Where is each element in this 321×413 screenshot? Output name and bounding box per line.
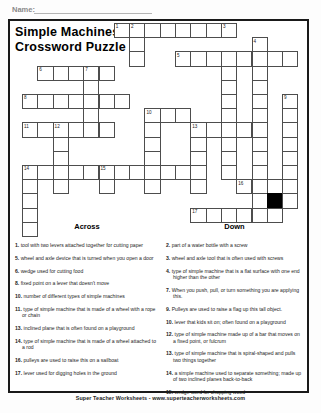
answer-cell[interactable]: 9: [282, 94, 298, 109]
answer-cell[interactable]: [221, 66, 237, 81]
answer-cell[interactable]: [68, 66, 84, 81]
across-clues-column: Across 1. tool with two levers attached …: [10, 220, 162, 401]
cell-number: 3: [223, 24, 226, 29]
clue-number: 14.: [15, 338, 24, 344]
answer-cell[interactable]: 11: [22, 122, 38, 137]
clue-number: 4.: [166, 268, 172, 274]
down-clue-list: 2. part of a water bottle with a screw3.…: [166, 242, 303, 395]
cell-number: 15: [101, 166, 106, 171]
cell-number: 8: [24, 95, 27, 100]
answer-cell[interactable]: [252, 151, 268, 166]
clue-number: 7.: [166, 287, 172, 293]
clue-number: 13.: [166, 350, 175, 356]
answer-cell[interactable]: [206, 51, 222, 66]
answer-cell[interactable]: [175, 165, 191, 180]
name-blank-line[interactable]: [34, 13, 152, 14]
answer-cell[interactable]: [282, 137, 298, 152]
cell-number: 1: [116, 24, 119, 29]
clue-item: 10. lever that kids sit on; often found …: [166, 319, 303, 325]
answer-cell[interactable]: [53, 165, 69, 180]
answer-cell[interactable]: [53, 94, 69, 109]
cell-number: 9: [284, 95, 287, 100]
answer-cell[interactable]: [160, 23, 176, 38]
clue-item: 3. wheel and axle tool that is often use…: [166, 255, 303, 261]
answer-cell[interactable]: [252, 137, 268, 152]
answer-cell[interactable]: [221, 151, 237, 166]
answer-cell[interactable]: 14: [22, 165, 38, 180]
answer-cell[interactable]: [221, 137, 237, 152]
clue-item: 2. part of a water bottle with a screw: [166, 242, 303, 248]
clue-number: 10.: [15, 293, 24, 299]
clue-number: 6.: [15, 268, 21, 274]
answer-cell[interactable]: [99, 122, 115, 137]
answer-cell[interactable]: [114, 165, 130, 180]
answer-cell[interactable]: [53, 66, 69, 81]
answer-cell[interactable]: [190, 179, 206, 194]
answer-cell[interactable]: [267, 51, 283, 66]
clue-number: 9.: [166, 306, 172, 312]
down-header: Down: [166, 222, 303, 231]
answer-cell[interactable]: [190, 137, 206, 152]
clue-item: 15. wedge used for chopping wood: [166, 389, 303, 395]
clue-item: 12. type of simple machine made up of a …: [166, 331, 303, 344]
clue-number: 10.: [166, 319, 175, 325]
clue-number: 14.: [166, 370, 175, 376]
answer-cell[interactable]: [160, 165, 176, 180]
worksheet-border: Simple Machines Crossword Puzzle 1234567…: [8, 19, 309, 393]
clues-section: Across 1. tool with two levers attached …: [10, 220, 307, 401]
cell-number: 10: [146, 110, 151, 115]
answer-cell[interactable]: 16: [236, 179, 252, 194]
answer-cell[interactable]: [282, 122, 298, 137]
across-header: Across: [15, 222, 159, 231]
answer-cell[interactable]: [252, 80, 268, 95]
answer-cell[interactable]: [252, 94, 268, 109]
clue-item: 4. type of simple machine that is a flat…: [166, 268, 303, 281]
answer-cell[interactable]: [99, 179, 115, 194]
answer-cell[interactable]: [144, 122, 160, 137]
clue-number: 11.: [15, 306, 23, 312]
answer-cell[interactable]: [252, 66, 268, 81]
answer-cell[interactable]: [252, 179, 268, 194]
cell-number: 17: [192, 209, 197, 214]
clue-item: 13. inclined plane that is often found o…: [15, 325, 159, 331]
answer-cell[interactable]: 1: [114, 23, 130, 38]
across-clue-list: 1. tool with two levers attached togethe…: [15, 242, 159, 376]
cell-number: 5: [177, 53, 180, 58]
answer-cell[interactable]: [282, 165, 298, 180]
cell-number: 4: [254, 39, 257, 44]
clue-number: 17.: [15, 370, 24, 376]
answer-cell[interactable]: [221, 94, 237, 109]
answer-cell[interactable]: [221, 80, 237, 95]
answer-cell[interactable]: [206, 23, 222, 38]
answer-cell[interactable]: [129, 165, 145, 180]
answer-cell[interactable]: [190, 165, 206, 180]
answer-cell[interactable]: [190, 151, 206, 166]
answer-cell[interactable]: [129, 37, 145, 52]
cell-number: 14: [24, 166, 29, 171]
answer-cell[interactable]: 7: [83, 66, 99, 81]
footer-credit: Super Teacher Worksheets - www.superteac…: [0, 395, 321, 401]
answer-cell[interactable]: 2: [129, 23, 145, 38]
answer-cell[interactable]: [252, 165, 268, 180]
clue-item: 9. Pulleys are used to raise a flag up t…: [166, 306, 303, 312]
answer-cell[interactable]: 12: [53, 122, 69, 137]
answer-cell[interactable]: 15: [99, 165, 115, 180]
answer-cell[interactable]: [83, 165, 99, 180]
answer-cell[interactable]: [252, 193, 268, 208]
clue-item: 1. tool with two levers attached togethe…: [15, 242, 159, 248]
cell-number: 12: [55, 124, 60, 129]
cell-number: 13: [192, 124, 197, 129]
answer-cell[interactable]: [83, 122, 99, 137]
clue-item: 10. number of different types of simple …: [15, 293, 159, 299]
answer-cell[interactable]: [129, 51, 145, 66]
answer-cell[interactable]: [221, 51, 237, 66]
clue-number: 1.: [15, 242, 21, 248]
clue-number: 12.: [166, 331, 175, 337]
cell-number: 16: [238, 181, 243, 186]
clue-number: 16.: [15, 357, 24, 363]
answer-cell[interactable]: [37, 122, 53, 137]
answer-cell[interactable]: [175, 108, 191, 123]
answer-cell[interactable]: [221, 108, 237, 123]
answer-cell[interactable]: 6: [37, 66, 53, 81]
answer-cell[interactable]: [252, 122, 268, 137]
clue-number: 13.: [15, 325, 24, 331]
clue-number: 3.: [166, 255, 172, 261]
cell-number: 2: [131, 24, 134, 29]
answer-cell[interactable]: [68, 165, 84, 180]
answer-cell[interactable]: [206, 122, 222, 137]
answer-cell[interactable]: [68, 94, 84, 109]
answer-cell[interactable]: [190, 51, 206, 66]
down-clues-column: Down 2. part of a water bottle with a sc…: [162, 220, 307, 401]
crossword-grid: 1234567891011121314151617: [22, 23, 299, 237]
clue-item: 13. type of simple machine that is spira…: [166, 350, 303, 363]
clue-number: 8.: [15, 280, 21, 286]
clue-item: 16. pulleys are used to raise this on a …: [15, 357, 159, 363]
clue-item: 6. wedge used for cutting food: [15, 268, 159, 274]
answer-cell[interactable]: [236, 122, 252, 137]
clue-item: 7. When you push, pull, or turn somethin…: [166, 287, 303, 300]
answer-cell[interactable]: [83, 108, 99, 123]
clue-item: 5. wheel and axle device that is turned …: [15, 255, 159, 261]
name-label: Name:: [12, 5, 35, 14]
answer-cell[interactable]: [175, 23, 191, 38]
answer-cell[interactable]: [221, 165, 237, 180]
answer-cell[interactable]: [160, 108, 176, 123]
answer-cell[interactable]: [22, 179, 38, 194]
answer-cell[interactable]: [236, 51, 252, 66]
answer-cell[interactable]: [99, 66, 115, 81]
cell-number: 6: [39, 67, 42, 72]
answer-cell[interactable]: [252, 108, 268, 123]
clue-item: 14. a simple machine used to separate so…: [166, 370, 303, 383]
answer-cell[interactable]: [144, 151, 160, 166]
answer-cell[interactable]: [99, 94, 115, 109]
answer-cell[interactable]: [53, 179, 69, 194]
clue-item: 11. type of simple machine that is made …: [15, 306, 159, 319]
answer-cell[interactable]: [83, 94, 99, 109]
answer-cell[interactable]: [144, 137, 160, 152]
answer-cell[interactable]: [37, 94, 53, 109]
answer-cell[interactable]: [282, 108, 298, 123]
clue-number: 2.: [166, 242, 172, 248]
answer-cell[interactable]: [144, 165, 160, 180]
answer-cell[interactable]: [190, 23, 206, 38]
clue-item: 8. fixed point on a lever that doesn't m…: [15, 280, 159, 286]
clue-item: 14. type of simple machine that is made …: [15, 338, 159, 351]
answer-cell[interactable]: 10: [144, 108, 160, 123]
answer-cell[interactable]: [53, 151, 69, 166]
answer-cell[interactable]: 4: [252, 37, 268, 52]
answer-cell[interactable]: [282, 151, 298, 166]
answer-cell[interactable]: [114, 94, 130, 109]
answer-cell[interactable]: 8: [22, 94, 38, 109]
black-cell: [267, 193, 283, 208]
answer-cell[interactable]: [267, 179, 283, 194]
answer-cell[interactable]: [22, 193, 38, 208]
clue-number: 5.: [15, 255, 21, 261]
answer-cell[interactable]: [252, 51, 268, 66]
answer-cell[interactable]: [144, 23, 160, 38]
answer-cell[interactable]: [221, 122, 237, 137]
answer-cell[interactable]: [37, 165, 53, 180]
clue-item: 17. lever used for digging holes in the …: [15, 370, 159, 376]
cell-number: 7: [85, 67, 88, 72]
clue-number: 15.: [166, 389, 175, 395]
answer-cell[interactable]: [68, 122, 84, 137]
answer-cell[interactable]: [282, 179, 298, 194]
answer-cell[interactable]: [144, 179, 160, 194]
answer-cell[interactable]: [83, 80, 99, 95]
worksheet-page: { "game": "crossword", "worksheet": { "n…: [0, 0, 321, 413]
answer-cell[interactable]: [53, 137, 69, 152]
answer-cell[interactable]: [282, 193, 298, 208]
cell-number: 11: [24, 124, 29, 129]
answer-cell[interactable]: 5: [175, 51, 191, 66]
answer-cell[interactable]: 13: [190, 122, 206, 137]
answer-cell[interactable]: [282, 51, 298, 66]
answer-cell[interactable]: 3: [221, 23, 237, 38]
